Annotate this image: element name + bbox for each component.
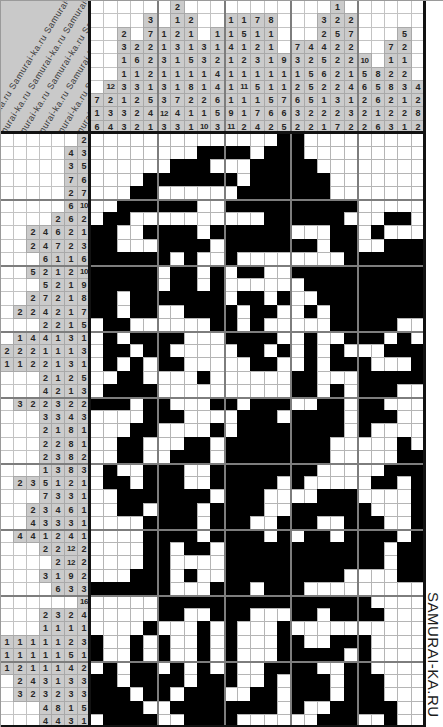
grid-cell[interactable] [330, 635, 371, 648]
clue-number: 4 [215, 83, 220, 92]
grid-cell[interactable] [117, 503, 143, 516]
clue-number: 2 [362, 109, 367, 118]
clue-cell: 1 [264, 80, 278, 94]
clue-cell: 5 [397, 27, 412, 41]
grid-cell[interactable] [224, 239, 317, 252]
clue-cell: 9 [224, 106, 238, 121]
grid-cell[interactable] [90, 278, 157, 291]
clue-number: 8 [188, 83, 193, 92]
clue-cell: 6 [130, 53, 144, 68]
grid-cell[interactable] [117, 437, 143, 450]
clue-number: 1 [17, 638, 22, 647]
grid-cell[interactable] [357, 410, 397, 423]
grid-cell[interactable] [90, 687, 130, 701]
grid-cell[interactable] [170, 278, 197, 291]
clue-number: 2 [30, 360, 35, 369]
grid-cell[interactable] [344, 516, 384, 529]
grid-cell[interactable] [264, 146, 304, 159]
grid-cell[interactable] [357, 384, 397, 397]
clue-number: 2 [81, 664, 86, 673]
grid-cell[interactable] [264, 582, 304, 595]
clue-number: 1 [228, 83, 233, 92]
clue-cell: 10 [357, 53, 372, 68]
clue-number: 4 [81, 611, 86, 620]
clue-cell: 1 [90, 106, 104, 121]
clue-number: 1 [55, 572, 60, 581]
grid-cell[interactable] [397, 569, 424, 582]
clue-cell: 3 [117, 40, 131, 54]
clue-number: 8 [81, 294, 86, 303]
clue-number: 3 [55, 453, 60, 462]
clue-number: 2 [43, 360, 48, 369]
grid-cell[interactable] [237, 410, 277, 423]
clue-number: 2 [134, 43, 139, 52]
grid-cell[interactable] [197, 371, 210, 384]
grid-cell[interactable] [264, 674, 277, 687]
clue-number: 3 [43, 519, 48, 528]
grid-cell[interactable] [277, 291, 290, 305]
clue-cell: 5 [371, 80, 385, 94]
clue-cell: 2 [51, 318, 65, 332]
clue-cell: 7 [170, 93, 185, 107]
clue-cell: 7 [51, 239, 65, 253]
clue-number: 4 [321, 43, 326, 52]
clue-number: 5 [308, 96, 313, 105]
grid-cell[interactable] [397, 437, 411, 450]
grid-cell[interactable] [277, 621, 290, 635]
clue-number: 2 [43, 545, 48, 554]
grid-cell[interactable] [130, 357, 143, 371]
clue-number: 1 [321, 96, 326, 105]
clue-cell: 2 [397, 40, 412, 54]
grid-cell[interactable] [237, 344, 264, 357]
clue-cell: 2 [344, 53, 358, 68]
grid-cell[interactable] [304, 344, 317, 357]
clue-cell: 2 [13, 661, 27, 675]
clue-cell: 3 [103, 106, 118, 121]
clue-number: 2 [30, 690, 35, 699]
grid-cell[interactable] [330, 701, 397, 714]
grid-cell[interactable] [224, 542, 384, 555]
clue-cell: 2 [51, 278, 65, 292]
grid-cell[interactable] [130, 569, 170, 582]
grid-cell[interactable] [90, 701, 143, 714]
clue-number: 4 [348, 83, 353, 92]
clue-number: 6 [295, 96, 300, 105]
clue-number: 7 [281, 96, 286, 105]
clue-cell: 3 [64, 159, 78, 174]
clue-number: 2 [43, 374, 48, 383]
clue-number: 2 [335, 70, 340, 79]
clue-cell: 4 [210, 80, 225, 94]
grid-cell[interactable] [90, 291, 117, 305]
grid-cell[interactable] [371, 476, 397, 489]
grid-cell[interactable] [290, 701, 304, 714]
clue-cell: 2 [13, 305, 27, 319]
clue-number: 5 [81, 374, 86, 383]
grid-cell[interactable] [357, 371, 424, 384]
clue-number: 10 [200, 123, 208, 131]
grid-cell[interactable] [210, 503, 264, 516]
grid-cell[interactable] [117, 371, 143, 384]
clue-cell: 4 [26, 331, 40, 345]
grid-cell[interactable] [384, 344, 424, 357]
clue-cell: 1 [224, 13, 238, 28]
clue-number: 2 [68, 374, 73, 383]
clue-cell: 6 [210, 93, 225, 107]
grid-cell[interactable] [290, 608, 317, 621]
grid-cell[interactable] [330, 225, 357, 239]
grid-cell[interactable] [304, 278, 424, 291]
clue-number: 7 [81, 189, 86, 198]
clue-cell: 1 [264, 27, 278, 41]
grid-cell[interactable] [184, 252, 197, 265]
clue-number: 1 [81, 440, 86, 449]
grid-cell[interactable] [143, 516, 197, 529]
clue-number: 2 [43, 426, 48, 435]
grid-cell[interactable] [371, 225, 384, 239]
grid-cell[interactable] [103, 476, 130, 489]
separator-line [0, 131, 424, 134]
clue-number: 1 [55, 360, 60, 369]
grid-cell[interactable] [90, 239, 117, 252]
clue-cell: 2 [0, 344, 14, 358]
clue-number: 1 [228, 70, 233, 79]
grid-cell[interactable] [210, 516, 250, 529]
clue-number: 8 [68, 426, 73, 435]
clue-cell: 1 [51, 674, 65, 688]
clue-cell: 1 [184, 67, 198, 81]
clue-cell: 7 [344, 27, 358, 41]
clue-number: 1 [268, 56, 273, 65]
grid-cell[interactable] [210, 582, 250, 595]
grid-cell[interactable] [143, 225, 197, 239]
clue-number: 1 [121, 56, 126, 65]
clue-cell: 1 [0, 648, 14, 662]
grid-cell[interactable] [130, 291, 224, 305]
clue-cell: 5 [357, 67, 372, 81]
clue-cell: 8 [64, 423, 78, 438]
clue-number: 2 [362, 96, 367, 105]
clue-number: 1 [81, 492, 86, 501]
clue-number: 1 [4, 664, 9, 673]
clue-number: 8 [268, 16, 273, 25]
grid-cell[interactable] [397, 555, 424, 569]
clue-number: 1 [134, 70, 139, 79]
clue-number: 2 [4, 347, 9, 356]
clue-number: 3 [348, 109, 353, 118]
clue-cell: 2 [384, 93, 398, 107]
grid-cell[interactable] [184, 437, 210, 450]
grid-cell[interactable] [210, 225, 290, 239]
clue-number: 1 [55, 426, 60, 435]
clue-number: 3 [81, 677, 86, 686]
grid-cell[interactable] [397, 542, 424, 555]
grid-cell[interactable] [90, 305, 117, 318]
clue-number: 3 [81, 638, 86, 647]
grid-cell[interactable] [224, 450, 330, 463]
clue-cell: 1 [397, 53, 412, 68]
clue-number: 2 [30, 228, 35, 237]
grid-cell[interactable] [224, 555, 384, 569]
clue-cell: 3 [344, 106, 358, 121]
grid-cell[interactable] [103, 384, 157, 397]
clue-number: 1 [30, 638, 35, 647]
grid-cell[interactable] [330, 344, 344, 357]
grid-cell[interactable] [397, 450, 424, 463]
clue-cell: 6 [290, 93, 305, 107]
grid-cell[interactable] [250, 159, 317, 173]
clue-number: 6 [375, 96, 380, 105]
grid-cell[interactable] [210, 476, 277, 489]
clue-cell: 1 [330, 0, 345, 14]
grid-cell[interactable] [103, 357, 117, 371]
grid-cell[interactable] [290, 674, 330, 687]
clue-number: 2 [30, 242, 35, 251]
clue-number: 1 [188, 70, 193, 79]
clue-number: 1 [348, 70, 353, 79]
clue-cell: 2 [170, 0, 185, 14]
grid-cell[interactable] [277, 516, 317, 529]
grid-cell[interactable] [250, 357, 277, 371]
grid-cell[interactable] [143, 476, 184, 489]
clue-cell: 2 [26, 305, 40, 319]
grid-cell[interactable] [304, 357, 317, 371]
grid-cell[interactable] [103, 212, 130, 225]
grid-cell[interactable] [184, 569, 197, 582]
grid-cell[interactable] [344, 687, 384, 701]
clue-number: 3 [295, 56, 300, 65]
grid-cell[interactable] [224, 437, 330, 450]
clue-number: 3 [134, 83, 139, 92]
clue-number: 1 [121, 96, 126, 105]
clue-number: 1 [55, 651, 60, 660]
clue-number: 3 [68, 360, 73, 369]
clue-cell: 1 [184, 106, 198, 121]
grid-cell[interactable] [184, 687, 224, 701]
grid-cell[interactable] [290, 410, 344, 423]
clue-number: 2 [55, 440, 60, 449]
grid-cell[interactable] [330, 357, 371, 371]
grid-cell[interactable] [90, 635, 103, 648]
grid-cell[interactable] [224, 569, 344, 582]
clue-cell: 3 [64, 489, 78, 504]
clue-cell: 5 [250, 80, 265, 94]
grid-cell[interactable] [130, 186, 157, 199]
clue-number: 1 [228, 30, 233, 39]
grid-cell[interactable] [250, 305, 277, 318]
clue-cell: 4 [26, 516, 40, 530]
clue-number: 5 [43, 281, 48, 290]
clue-cell: 2 [51, 687, 65, 702]
grid-cell[interactable] [90, 674, 117, 687]
clue-number: 4 [68, 413, 73, 422]
clue-number: 4 [43, 242, 48, 251]
clue-cell: 1 [184, 40, 198, 54]
grid-cell[interactable] [290, 476, 304, 489]
clue-number: 4 [43, 334, 48, 343]
grid-cell[interactable] [317, 489, 357, 503]
grid-cell[interactable] [210, 423, 224, 437]
clue-number: 3 [68, 492, 73, 501]
clue-number: 1 [215, 43, 220, 52]
grid-cell[interactable] [344, 252, 424, 265]
clue-cell: 3 [157, 93, 171, 107]
grid-cell[interactable] [330, 318, 397, 331]
clue-number: 2 [55, 294, 60, 303]
clue-number: 2 [308, 109, 313, 118]
clue-cell: 2 [250, 40, 265, 54]
clue-cell: 4 [51, 503, 65, 517]
grid-cell[interactable] [210, 278, 224, 291]
clue-cell: 3 [317, 13, 331, 28]
clue-cell: 6 [264, 106, 278, 121]
clue-number: 3 [81, 466, 86, 475]
clue-number: 1 [43, 532, 48, 541]
clue-cell: 2 [237, 53, 251, 68]
grid-cell[interactable] [277, 344, 290, 357]
clue-cell: 5 [26, 265, 40, 279]
clue-number: 6 [134, 56, 139, 65]
clue-number: 8 [388, 83, 393, 92]
clue-number: 6 [55, 228, 60, 237]
clue-number: 1 [17, 651, 22, 660]
clue-number: 1 [55, 624, 60, 633]
grid-cell[interactable] [130, 305, 157, 318]
grid-cell[interactable] [170, 159, 210, 173]
clue-number: 2 [81, 215, 86, 224]
clue-number: 2 [17, 677, 22, 686]
clue-number: 1 [81, 519, 86, 528]
clue-cell: 3 [157, 53, 171, 68]
grid-cell[interactable] [197, 674, 237, 687]
clue-number: 4 [43, 308, 48, 317]
clue-number: 1 [402, 56, 407, 65]
clue-cell: 3 [64, 674, 78, 688]
grid-cell[interactable] [384, 212, 411, 225]
grid-cell[interactable] [264, 212, 344, 225]
clue-number: 1 [43, 466, 48, 475]
clue-cell: 2 [130, 93, 144, 107]
clue-cell: 1 [317, 93, 331, 107]
grid-cell[interactable] [250, 318, 264, 331]
grid-cell[interactable] [157, 357, 184, 371]
thick-grid-line [0, 199, 424, 201]
clue-number: 3 [81, 242, 86, 251]
clue-cell: 1 [371, 106, 385, 121]
grid-cell[interactable] [143, 621, 157, 635]
clue-cell: 1 [264, 67, 278, 81]
grid-cell[interactable] [290, 371, 317, 384]
clue-cell: 4 [26, 529, 40, 543]
clue-number: 1 [81, 506, 86, 515]
clue-cell: 1 [250, 67, 265, 81]
grid-cell[interactable] [117, 489, 210, 503]
grid-cell[interactable] [157, 503, 197, 516]
clue-cell: 2 [397, 106, 412, 121]
grid-cell[interactable] [103, 344, 130, 357]
clue-number: 4 [68, 149, 73, 158]
clue-cell: 3 [51, 516, 65, 530]
clue-cell: 5 [330, 27, 345, 41]
grid-cell[interactable] [290, 687, 330, 701]
clue-cell: 6 [371, 93, 385, 107]
clue-cell: 1 [26, 661, 40, 675]
clue-number: 2 [241, 56, 246, 65]
grid-cell[interactable] [357, 423, 371, 437]
grid-cell[interactable] [210, 608, 250, 621]
grid-cell[interactable] [197, 621, 210, 635]
clue-cell: 5 [237, 27, 251, 41]
clue-cell: 1 [237, 40, 251, 54]
clue-cell: 1 [224, 93, 238, 107]
clue-number: 1 [68, 387, 73, 396]
clue-cell: 2 [170, 27, 185, 41]
clue-number: 5 [255, 83, 260, 92]
grid-cell[interactable] [224, 489, 264, 503]
clue-cell: 9 [64, 569, 78, 583]
grid-cell[interactable] [184, 305, 237, 318]
clue-cell: 5 [184, 53, 198, 68]
clue-number: 2 [55, 545, 60, 554]
grid-cell[interactable] [184, 542, 210, 555]
grid-cell[interactable] [157, 239, 210, 252]
clue-cell: 1 [51, 371, 65, 385]
clue-number: 1 [348, 96, 353, 105]
grid-cell[interactable] [237, 186, 330, 199]
grid-cell[interactable] [157, 608, 184, 621]
grid-cell[interactable] [90, 225, 117, 239]
grid-cell[interactable] [237, 291, 264, 305]
clue-cell: 5 [304, 80, 318, 94]
grid-cell[interactable] [330, 305, 424, 318]
grid-cell[interactable] [330, 239, 357, 252]
clue-cell: 5 [64, 648, 78, 662]
clue-number: 1 [241, 96, 246, 105]
clue-number: 6 [68, 202, 73, 211]
grid-cell[interactable] [277, 648, 344, 661]
clue-number: 3 [43, 572, 48, 581]
grid-cell[interactable] [103, 318, 130, 331]
grid-cell[interactable] [357, 648, 371, 661]
clue-cell: 2 [51, 384, 65, 398]
grid-cell[interactable] [143, 410, 184, 423]
clue-cell: 1 [51, 661, 65, 675]
grid-cell[interactable] [130, 423, 157, 437]
clue-number: 2 [402, 70, 407, 79]
clue-cell: 1 [157, 27, 171, 41]
grid-cell[interactable] [117, 450, 143, 463]
grid-cell[interactable] [130, 648, 143, 661]
clue-number: 3 [30, 479, 35, 488]
grid-cell[interactable] [290, 384, 317, 397]
grid-cell[interactable] [250, 687, 277, 701]
clue-cell: 2 [357, 93, 372, 107]
grid-cell[interactable] [90, 648, 103, 661]
grid-cell[interactable] [197, 648, 210, 661]
thick-grid-line [0, 661, 424, 663]
grid-cell[interactable] [384, 239, 424, 252]
grid-line [371, 133, 372, 727]
grid-cell[interactable] [130, 635, 143, 648]
grid-cell[interactable] [197, 635, 210, 648]
grid-cell[interactable] [304, 305, 317, 318]
grid-cell[interactable] [317, 291, 424, 305]
clue-number: 1 [161, 30, 166, 39]
grid-cell[interactable] [330, 384, 344, 397]
grid-cell[interactable] [344, 674, 384, 687]
grid-cell[interactable] [170, 450, 210, 463]
